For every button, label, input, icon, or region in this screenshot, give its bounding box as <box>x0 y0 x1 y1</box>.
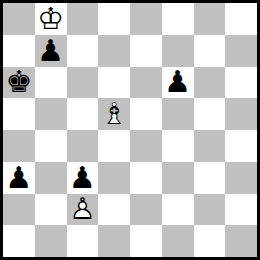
square-a8[interactable] <box>3 3 35 35</box>
square-c2[interactable]: ♟♙ <box>67 194 99 226</box>
square-f5[interactable] <box>162 98 194 130</box>
square-c3[interactable]: ♟ <box>67 162 99 194</box>
square-g2[interactable] <box>194 194 226 226</box>
square-c4[interactable] <box>67 130 99 162</box>
square-b6[interactable] <box>35 67 67 99</box>
square-f1[interactable] <box>162 225 194 257</box>
square-g3[interactable] <box>194 162 226 194</box>
square-h5[interactable] <box>225 98 257 130</box>
square-b8[interactable]: ♚♔ <box>35 3 67 35</box>
square-d6[interactable] <box>98 67 130 99</box>
black-pawn[interactable]: ♟ <box>3 162 35 194</box>
square-a6[interactable]: ♚ <box>3 67 35 99</box>
square-a2[interactable] <box>3 194 35 226</box>
square-b4[interactable] <box>35 130 67 162</box>
square-f6[interactable]: ♟ <box>162 67 194 99</box>
square-h1[interactable] <box>225 225 257 257</box>
square-h6[interactable] <box>225 67 257 99</box>
square-a4[interactable] <box>3 130 35 162</box>
square-d8[interactable] <box>98 3 130 35</box>
square-g5[interactable] <box>194 98 226 130</box>
square-f3[interactable] <box>162 162 194 194</box>
black-king[interactable]: ♚ <box>3 67 35 99</box>
square-a5[interactable] <box>3 98 35 130</box>
square-g4[interactable] <box>194 130 226 162</box>
square-g8[interactable] <box>194 3 226 35</box>
square-f4[interactable] <box>162 130 194 162</box>
square-g7[interactable] <box>194 35 226 67</box>
square-b3[interactable] <box>35 162 67 194</box>
square-e5[interactable] <box>130 98 162 130</box>
square-g1[interactable] <box>194 225 226 257</box>
square-e4[interactable] <box>130 130 162 162</box>
square-h2[interactable] <box>225 194 257 226</box>
square-e6[interactable] <box>130 67 162 99</box>
square-e7[interactable] <box>130 35 162 67</box>
chess-diagram: ♚♔♟♚♟♝♗♟♟♟♙ <box>0 0 260 260</box>
white-bishop[interactable]: ♝♗ <box>98 98 130 130</box>
square-h7[interactable] <box>225 35 257 67</box>
square-b7[interactable]: ♟ <box>35 35 67 67</box>
square-b2[interactable] <box>35 194 67 226</box>
square-e3[interactable] <box>130 162 162 194</box>
black-pawn[interactable]: ♟ <box>162 67 194 99</box>
square-e1[interactable] <box>130 225 162 257</box>
square-c1[interactable] <box>67 225 99 257</box>
black-pawn[interactable]: ♟ <box>67 162 99 194</box>
white-pawn[interactable]: ♟♙ <box>67 194 99 226</box>
square-e2[interactable] <box>130 194 162 226</box>
white-bishop-outline: ♗ <box>98 98 130 130</box>
square-c5[interactable] <box>67 98 99 130</box>
square-b1[interactable] <box>35 225 67 257</box>
white-king-outline: ♔ <box>35 3 67 35</box>
square-g6[interactable] <box>194 67 226 99</box>
square-d2[interactable] <box>98 194 130 226</box>
square-h4[interactable] <box>225 130 257 162</box>
square-c8[interactable] <box>67 3 99 35</box>
square-c6[interactable] <box>67 67 99 99</box>
square-d1[interactable] <box>98 225 130 257</box>
square-a3[interactable]: ♟ <box>3 162 35 194</box>
white-king[interactable]: ♚♔ <box>35 3 67 35</box>
square-a7[interactable] <box>3 35 35 67</box>
square-d5[interactable]: ♝♗ <box>98 98 130 130</box>
square-c7[interactable] <box>67 35 99 67</box>
square-f7[interactable] <box>162 35 194 67</box>
black-pawn[interactable]: ♟ <box>35 35 67 67</box>
square-f8[interactable] <box>162 3 194 35</box>
square-f2[interactable] <box>162 194 194 226</box>
square-d3[interactable] <box>98 162 130 194</box>
square-a1[interactable] <box>3 225 35 257</box>
square-h3[interactable] <box>225 162 257 194</box>
square-e8[interactable] <box>130 3 162 35</box>
square-d7[interactable] <box>98 35 130 67</box>
chess-board: ♚♔♟♚♟♝♗♟♟♟♙ <box>0 0 260 260</box>
white-pawn-outline: ♙ <box>67 194 99 226</box>
square-h8[interactable] <box>225 3 257 35</box>
square-b5[interactable] <box>35 98 67 130</box>
square-d4[interactable] <box>98 130 130 162</box>
